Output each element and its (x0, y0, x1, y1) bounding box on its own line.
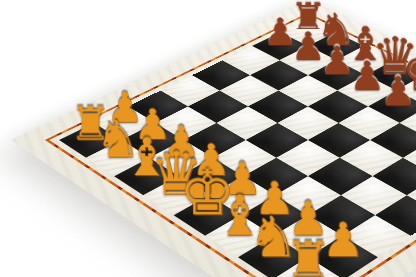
board-grid: ♜♞♝♛♚♝♞♜♟♟♟♟♟♟♟♟♟♟♟♟♟♟♟♟♜♞♝♛♚♝♞♜ (59, 19, 416, 277)
chess-set-photo: ♜♞♝♛♚♝♞♜♟♟♟♟♟♟♟♟♟♟♟♟♟♟♟♟♜♞♝♛♚♝♞♜ (0, 0, 416, 277)
border-inlay-line: ♜♞♝♛♚♝♞♜♟♟♟♟♟♟♟♟♟♟♟♟♟♟♟♟♜♞♝♛♚♝♞♜ (45, 13, 416, 277)
chess-board: ♜♞♝♛♚♝♞♜♟♟♟♟♟♟♟♟♟♟♟♟♟♟♟♟♜♞♝♛♚♝♞♜ (11, 0, 416, 277)
square-h4[interactable] (375, 195, 416, 236)
